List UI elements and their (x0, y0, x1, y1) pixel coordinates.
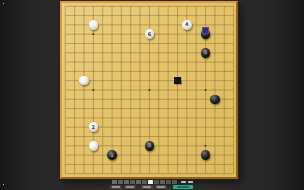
nav-segment-active[interactable] (148, 180, 153, 184)
button-label-smudge (177, 186, 189, 188)
move-number: 2 (92, 125, 95, 130)
button-label-smudge (112, 186, 119, 188)
nav-segment-10[interactable] (166, 180, 171, 184)
star-point (92, 89, 94, 91)
star-point (205, 145, 207, 147)
nav-segment-6[interactable] (142, 180, 147, 184)
video-frame: 462531 (0, 0, 304, 190)
stone-black-R9 (210, 95, 220, 105)
nav-segment-1[interactable] (112, 180, 117, 184)
stone-black-K4: 3 (145, 141, 155, 151)
button-label-smudge (126, 186, 133, 188)
control-button-4[interactable] (155, 185, 167, 190)
nav-segment-11[interactable] (172, 180, 177, 184)
move-number: 3 (148, 143, 151, 148)
control-button-1[interactable] (110, 185, 122, 190)
control-button-3[interactable] (141, 185, 153, 190)
button-label-smudge (157, 186, 164, 188)
stone-black-Q3 (201, 150, 211, 160)
move-number: 6 (148, 32, 151, 37)
move-nav-bar (112, 180, 193, 184)
artifact-speck (3, 3, 5, 5)
move-number: 4 (185, 22, 188, 27)
stone-black-F3: 1 (107, 150, 117, 160)
stone-white-K16: 6 (145, 29, 155, 39)
stone-white-O17: 4 (182, 20, 192, 30)
stone-white-D17 (89, 20, 99, 30)
nav-segment-9[interactable] (160, 180, 165, 184)
stone-white-D6: 2 (89, 122, 99, 132)
control-button-2[interactable] (124, 185, 136, 190)
move-counter (181, 180, 193, 184)
star-point (92, 33, 94, 35)
nav-segment-2[interactable] (118, 180, 123, 184)
star-point (148, 89, 150, 91)
control-bar (110, 185, 193, 190)
nav-segment-8[interactable] (154, 180, 159, 184)
star-point (205, 89, 207, 91)
move-number: 5 (204, 50, 207, 55)
go-board[interactable]: 462531 (60, 1, 238, 179)
stone-black-Q14: 5 (201, 48, 211, 58)
move-number: 1 (110, 153, 113, 158)
stone-white-D4 (89, 141, 99, 151)
confirm-button[interactable] (173, 185, 193, 190)
nav-segment-4[interactable] (130, 180, 135, 184)
nav-segment-5[interactable] (136, 180, 141, 184)
cursor-mark (203, 28, 208, 33)
artifact-speck (3, 184, 5, 186)
square-marker-N11 (174, 77, 181, 84)
button-label-smudge (143, 186, 150, 188)
nav-segment-3[interactable] (124, 180, 129, 184)
